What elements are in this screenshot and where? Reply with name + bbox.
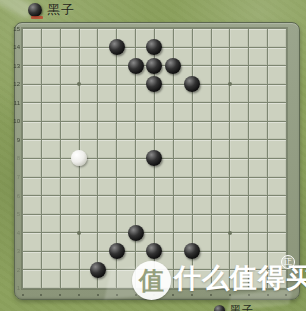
board-cell[interactable] xyxy=(268,122,286,140)
board-cell[interactable] xyxy=(174,159,192,177)
smzdm-logo-char: 值 xyxy=(139,268,164,293)
board-cell[interactable] xyxy=(42,233,60,251)
board-cell[interactable] xyxy=(230,196,248,214)
board-cell[interactable] xyxy=(193,215,211,233)
board-cell[interactable] xyxy=(42,122,60,140)
board-cell[interactable] xyxy=(23,122,41,140)
board-cell[interactable] xyxy=(98,196,116,214)
board-cell[interactable] xyxy=(98,159,116,177)
board-cell[interactable] xyxy=(268,196,286,214)
board-cell[interactable] xyxy=(230,233,248,251)
row-label-10: 10 xyxy=(7,118,20,124)
board-cell[interactable] xyxy=(80,178,98,196)
board-cell[interactable] xyxy=(117,85,135,103)
board-cell[interactable] xyxy=(249,48,267,66)
board-cell[interactable] xyxy=(249,29,267,47)
row-label-9: 9 xyxy=(7,137,20,143)
board-cell[interactable] xyxy=(249,196,267,214)
board-cell[interactable] xyxy=(230,122,248,140)
board-cell[interactable] xyxy=(193,122,211,140)
row-label-3: 3 xyxy=(7,248,20,254)
board-cell[interactable] xyxy=(249,215,267,233)
watermark-badge: 正 xyxy=(281,255,295,269)
board-cell[interactable] xyxy=(249,140,267,158)
board-cell[interactable] xyxy=(249,233,267,251)
board-cell[interactable] xyxy=(155,178,173,196)
board-cell[interactable] xyxy=(212,66,230,84)
board-cell[interactable] xyxy=(268,103,286,121)
row-label-11: 11 xyxy=(7,100,20,106)
board-cell[interactable] xyxy=(212,233,230,251)
black-stone-e2 xyxy=(90,262,106,278)
board-cell[interactable] xyxy=(61,178,79,196)
board-cell[interactable] xyxy=(80,122,98,140)
board-cell[interactable] xyxy=(42,252,60,270)
bottom-legend-cutoff: 黑子 xyxy=(214,303,254,311)
column-tick xyxy=(22,294,24,296)
board-cell[interactable] xyxy=(174,29,192,47)
board-cell[interactable] xyxy=(174,178,192,196)
row-label-5: 5 xyxy=(7,211,20,217)
row-label-2: 2 xyxy=(7,267,20,273)
star-point xyxy=(77,231,81,235)
board-cell[interactable] xyxy=(98,66,116,84)
board-cell[interactable] xyxy=(61,215,79,233)
board-cell[interactable] xyxy=(80,103,98,121)
board-cell[interactable] xyxy=(98,140,116,158)
board-cell[interactable] xyxy=(117,196,135,214)
black-stone-icon xyxy=(28,3,42,17)
board-cell[interactable] xyxy=(23,233,41,251)
board-cell[interactable] xyxy=(23,103,41,121)
row-label-12: 12 xyxy=(7,81,20,87)
board-cell[interactable] xyxy=(61,196,79,214)
board-cell[interactable] xyxy=(23,29,41,47)
board-cell[interactable] xyxy=(193,196,211,214)
board-cell[interactable] xyxy=(42,178,60,196)
board-cell[interactable] xyxy=(98,215,116,233)
board-cell[interactable] xyxy=(249,103,267,121)
board-cell[interactable] xyxy=(230,103,248,121)
board-cell[interactable] xyxy=(42,215,60,233)
board-cell[interactable] xyxy=(61,233,79,251)
board-cell[interactable] xyxy=(80,29,98,47)
board-cell[interactable] xyxy=(230,85,248,103)
board-cell[interactable] xyxy=(249,178,267,196)
board-cell[interactable] xyxy=(23,85,41,103)
board-cell[interactable] xyxy=(174,103,192,121)
board-cell[interactable] xyxy=(42,85,60,103)
board-cell[interactable] xyxy=(193,178,211,196)
board-cell[interactable] xyxy=(193,29,211,47)
black-stone-f14 xyxy=(109,39,125,55)
row-label-1: 1 xyxy=(7,285,20,291)
board-cell[interactable] xyxy=(80,66,98,84)
board-cell[interactable] xyxy=(212,85,230,103)
board-cell[interactable] xyxy=(80,233,98,251)
board-cell[interactable] xyxy=(80,215,98,233)
board-cell[interactable] xyxy=(193,159,211,177)
board-cell[interactable] xyxy=(42,196,60,214)
board-cell[interactable] xyxy=(61,29,79,47)
board-cell[interactable] xyxy=(230,159,248,177)
board-cell[interactable] xyxy=(61,122,79,140)
board-cell[interactable] xyxy=(155,103,173,121)
board-cell[interactable] xyxy=(268,178,286,196)
board-cell[interactable] xyxy=(136,196,154,214)
board-cell[interactable] xyxy=(61,66,79,84)
board-cell[interactable] xyxy=(61,48,79,66)
board-cell[interactable] xyxy=(174,140,192,158)
black-stone-i13 xyxy=(165,58,181,74)
board-cell[interactable] xyxy=(249,66,267,84)
row-label-15: 15 xyxy=(7,26,20,32)
board-cell[interactable] xyxy=(98,85,116,103)
board-cell[interactable] xyxy=(42,66,60,84)
board-cell[interactable] xyxy=(23,159,41,177)
board-cell[interactable] xyxy=(136,103,154,121)
board-cell[interactable] xyxy=(23,270,41,288)
board-cell[interactable] xyxy=(61,103,79,121)
board-cell[interactable] xyxy=(230,215,248,233)
board-cell[interactable] xyxy=(98,122,116,140)
board-cell[interactable] xyxy=(42,140,60,158)
board-cell[interactable] xyxy=(268,159,286,177)
board-cell[interactable] xyxy=(212,196,230,214)
board-cell[interactable] xyxy=(23,48,41,66)
board-cell[interactable] xyxy=(42,29,60,47)
board-cell[interactable] xyxy=(23,66,41,84)
board-cell[interactable] xyxy=(42,103,60,121)
board-cell[interactable] xyxy=(80,196,98,214)
board-cell[interactable] xyxy=(155,215,173,233)
board-cell[interactable] xyxy=(268,66,286,84)
board-cell[interactable] xyxy=(230,66,248,84)
black-stone-icon xyxy=(214,305,225,311)
board-cell[interactable] xyxy=(61,85,79,103)
screenshot-stage: 黑子 151413121110987654321 值 什么值得买 正 黑子 xyxy=(0,0,306,311)
board-cell[interactable] xyxy=(136,122,154,140)
legend-label: 黑子 xyxy=(47,1,75,19)
board-cell[interactable] xyxy=(155,196,173,214)
board-cell[interactable] xyxy=(193,140,211,158)
board-cell[interactable] xyxy=(174,196,192,214)
row-label-8: 8 xyxy=(7,155,20,161)
board-cell[interactable] xyxy=(193,103,211,121)
smzdm-logo: 值 xyxy=(132,261,171,300)
board-cell[interactable] xyxy=(268,140,286,158)
board-cell[interactable] xyxy=(42,159,60,177)
board-cell[interactable] xyxy=(230,48,248,66)
board-cell[interactable] xyxy=(230,178,248,196)
board-cell[interactable] xyxy=(212,140,230,158)
board-cell[interactable] xyxy=(117,122,135,140)
board-cell[interactable] xyxy=(212,48,230,66)
board-cell[interactable] xyxy=(212,29,230,47)
board-cell[interactable] xyxy=(268,48,286,66)
board-cell[interactable] xyxy=(23,178,41,196)
board-cell[interactable] xyxy=(212,215,230,233)
board-cell[interactable] xyxy=(136,178,154,196)
board-cell[interactable] xyxy=(23,215,41,233)
board-cell[interactable] xyxy=(61,270,79,288)
board-cell[interactable] xyxy=(117,103,135,121)
black-stone-g4 xyxy=(128,225,144,241)
black-stone-g13 xyxy=(128,58,144,74)
row-label-13: 13 xyxy=(7,63,20,69)
board-cell[interactable] xyxy=(80,85,98,103)
board-cell[interactable] xyxy=(174,122,192,140)
board-cell[interactable] xyxy=(249,159,267,177)
board-cell[interactable] xyxy=(80,48,98,66)
row-label-4: 4 xyxy=(7,230,20,236)
board-cell[interactable] xyxy=(268,233,286,251)
red-mark xyxy=(31,16,43,19)
row-label-7: 7 xyxy=(7,174,20,180)
board-cell[interactable] xyxy=(249,122,267,140)
board-cell[interactable] xyxy=(249,85,267,103)
board-cell[interactable] xyxy=(155,122,173,140)
board-cell[interactable] xyxy=(23,196,41,214)
board-cell[interactable] xyxy=(117,178,135,196)
board-cell[interactable] xyxy=(98,103,116,121)
board-cell[interactable] xyxy=(117,140,135,158)
board-cell[interactable] xyxy=(23,140,41,158)
board-cell[interactable] xyxy=(268,29,286,47)
board-cell[interactable] xyxy=(230,140,248,158)
board-cell[interactable] xyxy=(117,159,135,177)
board-cell[interactable] xyxy=(98,178,116,196)
board-cell[interactable] xyxy=(268,85,286,103)
board-cell[interactable] xyxy=(212,122,230,140)
board-cell[interactable] xyxy=(193,48,211,66)
board-cell[interactable] xyxy=(23,252,41,270)
row-label-14: 14 xyxy=(7,44,20,50)
board-cell[interactable] xyxy=(212,159,230,177)
column-tick xyxy=(97,294,99,296)
board-cell[interactable] xyxy=(61,252,79,270)
board-cell[interactable] xyxy=(268,215,286,233)
bottom-legend-label: 黑子 xyxy=(230,303,254,311)
board-cell[interactable] xyxy=(42,48,60,66)
board-cell[interactable] xyxy=(42,270,60,288)
row-label-6: 6 xyxy=(7,193,20,199)
board-cell[interactable] xyxy=(174,215,192,233)
board-cell[interactable] xyxy=(212,178,230,196)
board-cell[interactable] xyxy=(212,103,230,121)
star-point xyxy=(228,231,232,235)
board-cell[interactable] xyxy=(230,29,248,47)
